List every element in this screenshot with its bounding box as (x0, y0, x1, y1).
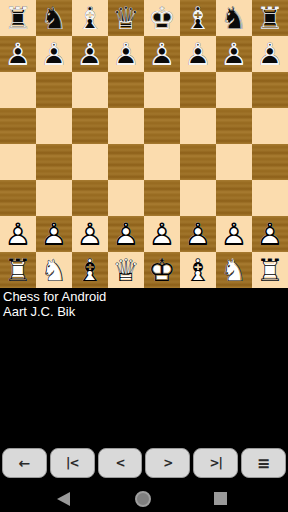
piece-white-knight: ♞♘ (216, 252, 252, 288)
square-a5[interactable] (0, 108, 36, 144)
square-c1[interactable]: ♝♗ (72, 252, 108, 288)
square-g5[interactable] (216, 108, 252, 144)
android-recents-icon[interactable] (214, 492, 227, 505)
square-d6[interactable] (108, 72, 144, 108)
piece-white-queen: ♛♕ (108, 252, 144, 288)
piece-white-pawn: ♟♙ (72, 216, 108, 252)
square-h4[interactable] (252, 144, 288, 180)
piece-black-pawn: ♟♙ (36, 36, 72, 72)
menu-button[interactable]: ≡ (241, 448, 286, 478)
chess-board: ♜♖♞♘♝♗♛♕♚♔♝♗♞♘♜♖♟♙♟♙♟♙♟♙♟♙♟♙♟♙♟♙♟♙♟♙♟♙♟♙… (0, 0, 288, 288)
square-a1[interactable]: ♜♖ (0, 252, 36, 288)
app-title: Chess for Android (3, 289, 106, 304)
move-toolbar: ← |< < > >| ≡ (2, 448, 286, 478)
square-c8[interactable]: ♝♗ (72, 0, 108, 36)
square-f4[interactable] (180, 144, 216, 180)
app-author: Aart J.C. Bik (3, 304, 106, 319)
piece-outline-glyph: ♙ (252, 216, 288, 252)
app-caption: Chess for Android Aart J.C. Bik (3, 289, 106, 319)
piece-outline-glyph: ♖ (252, 252, 288, 288)
piece-outline-glyph: ♙ (108, 216, 144, 252)
piece-black-pawn: ♟♙ (180, 36, 216, 72)
chess-for-android-screen: ♜♖♞♘♝♗♛♕♚♔♝♗♞♘♜♖♟♙♟♙♟♙♟♙♟♙♟♙♟♙♟♙♟♙♟♙♟♙♟♙… (0, 0, 288, 512)
square-a7[interactable]: ♟♙ (0, 36, 36, 72)
piece-black-pawn: ♟♙ (252, 36, 288, 72)
piece-outline-glyph: ♙ (144, 216, 180, 252)
piece-outline-glyph: ♕ (108, 252, 144, 288)
square-g6[interactable] (216, 72, 252, 108)
previous-move-button[interactable]: < (98, 448, 143, 478)
square-f2[interactable]: ♟♙ (180, 216, 216, 252)
square-f6[interactable] (180, 72, 216, 108)
square-h6[interactable] (252, 72, 288, 108)
piece-outline-glyph: ♔ (144, 252, 180, 288)
piece-outline-glyph: ♗ (72, 252, 108, 288)
square-d5[interactable] (108, 108, 144, 144)
square-e4[interactable] (144, 144, 180, 180)
piece-black-king: ♚♔ (144, 0, 180, 36)
piece-outline-glyph: ♖ (252, 0, 288, 36)
square-b2[interactable]: ♟♙ (36, 216, 72, 252)
square-a6[interactable] (0, 72, 36, 108)
piece-white-pawn: ♟♙ (144, 216, 180, 252)
piece-white-rook: ♜♖ (0, 252, 36, 288)
piece-outline-glyph: ♔ (144, 0, 180, 36)
square-d3[interactable] (108, 180, 144, 216)
square-f3[interactable] (180, 180, 216, 216)
piece-outline-glyph: ♗ (180, 0, 216, 36)
square-c4[interactable] (72, 144, 108, 180)
square-a8[interactable]: ♜♖ (0, 0, 36, 36)
piece-black-pawn: ♟♙ (216, 36, 252, 72)
piece-white-rook: ♜♖ (252, 252, 288, 288)
square-b4[interactable] (36, 144, 72, 180)
piece-outline-glyph: ♘ (216, 252, 252, 288)
square-d4[interactable] (108, 144, 144, 180)
piece-black-bishop: ♝♗ (180, 0, 216, 36)
piece-black-queen: ♛♕ (108, 0, 144, 36)
square-d8[interactable]: ♛♕ (108, 0, 144, 36)
piece-black-pawn: ♟♙ (108, 36, 144, 72)
square-h8[interactable]: ♜♖ (252, 0, 288, 36)
square-g8[interactable]: ♞♘ (216, 0, 252, 36)
square-d2[interactable]: ♟♙ (108, 216, 144, 252)
square-f1[interactable]: ♝♗ (180, 252, 216, 288)
piece-outline-glyph: ♖ (0, 0, 36, 36)
piece-outline-glyph: ♙ (180, 216, 216, 252)
piece-outline-glyph: ♙ (72, 36, 108, 72)
piece-black-rook: ♜♖ (0, 0, 36, 36)
last-move-button[interactable]: >| (193, 448, 238, 478)
back-button[interactable]: ← (2, 448, 47, 478)
piece-outline-glyph: ♘ (36, 252, 72, 288)
square-c6[interactable] (72, 72, 108, 108)
piece-outline-glyph: ♙ (72, 216, 108, 252)
piece-black-rook: ♜♖ (252, 0, 288, 36)
square-g4[interactable] (216, 144, 252, 180)
square-b8[interactable]: ♞♘ (36, 0, 72, 36)
piece-white-king: ♚♔ (144, 252, 180, 288)
square-a4[interactable] (0, 144, 36, 180)
next-move-button[interactable]: > (145, 448, 190, 478)
square-e6[interactable] (144, 72, 180, 108)
piece-white-knight: ♞♘ (36, 252, 72, 288)
android-back-icon[interactable] (57, 492, 70, 506)
piece-outline-glyph: ♕ (108, 0, 144, 36)
square-e8[interactable]: ♚♔ (144, 0, 180, 36)
square-h3[interactable] (252, 180, 288, 216)
square-c3[interactable] (72, 180, 108, 216)
piece-outline-glyph: ♙ (36, 36, 72, 72)
square-b7[interactable]: ♟♙ (36, 36, 72, 72)
square-f8[interactable]: ♝♗ (180, 0, 216, 36)
square-h5[interactable] (252, 108, 288, 144)
piece-outline-glyph: ♙ (108, 36, 144, 72)
piece-outline-glyph: ♘ (216, 0, 252, 36)
square-g1[interactable]: ♞♘ (216, 252, 252, 288)
piece-outline-glyph: ♙ (180, 36, 216, 72)
square-c7[interactable]: ♟♙ (72, 36, 108, 72)
square-e5[interactable] (144, 108, 180, 144)
piece-outline-glyph: ♖ (0, 252, 36, 288)
piece-outline-glyph: ♗ (180, 252, 216, 288)
square-b5[interactable] (36, 108, 72, 144)
piece-outline-glyph: ♘ (36, 0, 72, 36)
square-a3[interactable] (0, 180, 36, 216)
square-b6[interactable] (36, 72, 72, 108)
square-e1[interactable]: ♚♔ (144, 252, 180, 288)
square-g7[interactable]: ♟♙ (216, 36, 252, 72)
square-d1[interactable]: ♛♕ (108, 252, 144, 288)
square-e3[interactable] (144, 180, 180, 216)
piece-outline-glyph: ♙ (36, 216, 72, 252)
piece-white-pawn: ♟♙ (216, 216, 252, 252)
piece-white-pawn: ♟♙ (252, 216, 288, 252)
piece-outline-glyph: ♙ (216, 36, 252, 72)
square-h7[interactable]: ♟♙ (252, 36, 288, 72)
piece-outline-glyph: ♙ (0, 36, 36, 72)
square-c2[interactable]: ♟♙ (72, 216, 108, 252)
square-h2[interactable]: ♟♙ (252, 216, 288, 252)
piece-black-knight: ♞♘ (216, 0, 252, 36)
piece-white-pawn: ♟♙ (36, 216, 72, 252)
first-move-button[interactable]: |< (50, 448, 95, 478)
square-e2[interactable]: ♟♙ (144, 216, 180, 252)
piece-white-pawn: ♟♙ (108, 216, 144, 252)
square-c5[interactable] (72, 108, 108, 144)
piece-white-pawn: ♟♙ (0, 216, 36, 252)
piece-outline-glyph: ♗ (72, 0, 108, 36)
piece-outline-glyph: ♙ (252, 36, 288, 72)
android-home-icon[interactable] (135, 491, 151, 507)
square-b1[interactable]: ♞♘ (36, 252, 72, 288)
square-e7[interactable]: ♟♙ (144, 36, 180, 72)
square-b3[interactable] (36, 180, 72, 216)
piece-black-bishop: ♝♗ (72, 0, 108, 36)
piece-white-bishop: ♝♗ (180, 252, 216, 288)
android-navigation-bar (0, 486, 288, 512)
square-h1[interactable]: ♜♖ (252, 252, 288, 288)
piece-outline-glyph: ♙ (0, 216, 36, 252)
square-g3[interactable] (216, 180, 252, 216)
piece-black-pawn: ♟♙ (144, 36, 180, 72)
piece-outline-glyph: ♙ (144, 36, 180, 72)
square-d7[interactable]: ♟♙ (108, 36, 144, 72)
piece-outline-glyph: ♙ (216, 216, 252, 252)
piece-black-knight: ♞♘ (36, 0, 72, 36)
piece-white-pawn: ♟♙ (180, 216, 216, 252)
square-g2[interactable]: ♟♙ (216, 216, 252, 252)
piece-black-pawn: ♟♙ (72, 36, 108, 72)
square-f5[interactable] (180, 108, 216, 144)
square-a2[interactable]: ♟♙ (0, 216, 36, 252)
square-f7[interactable]: ♟♙ (180, 36, 216, 72)
piece-white-bishop: ♝♗ (72, 252, 108, 288)
piece-black-pawn: ♟♙ (0, 36, 36, 72)
